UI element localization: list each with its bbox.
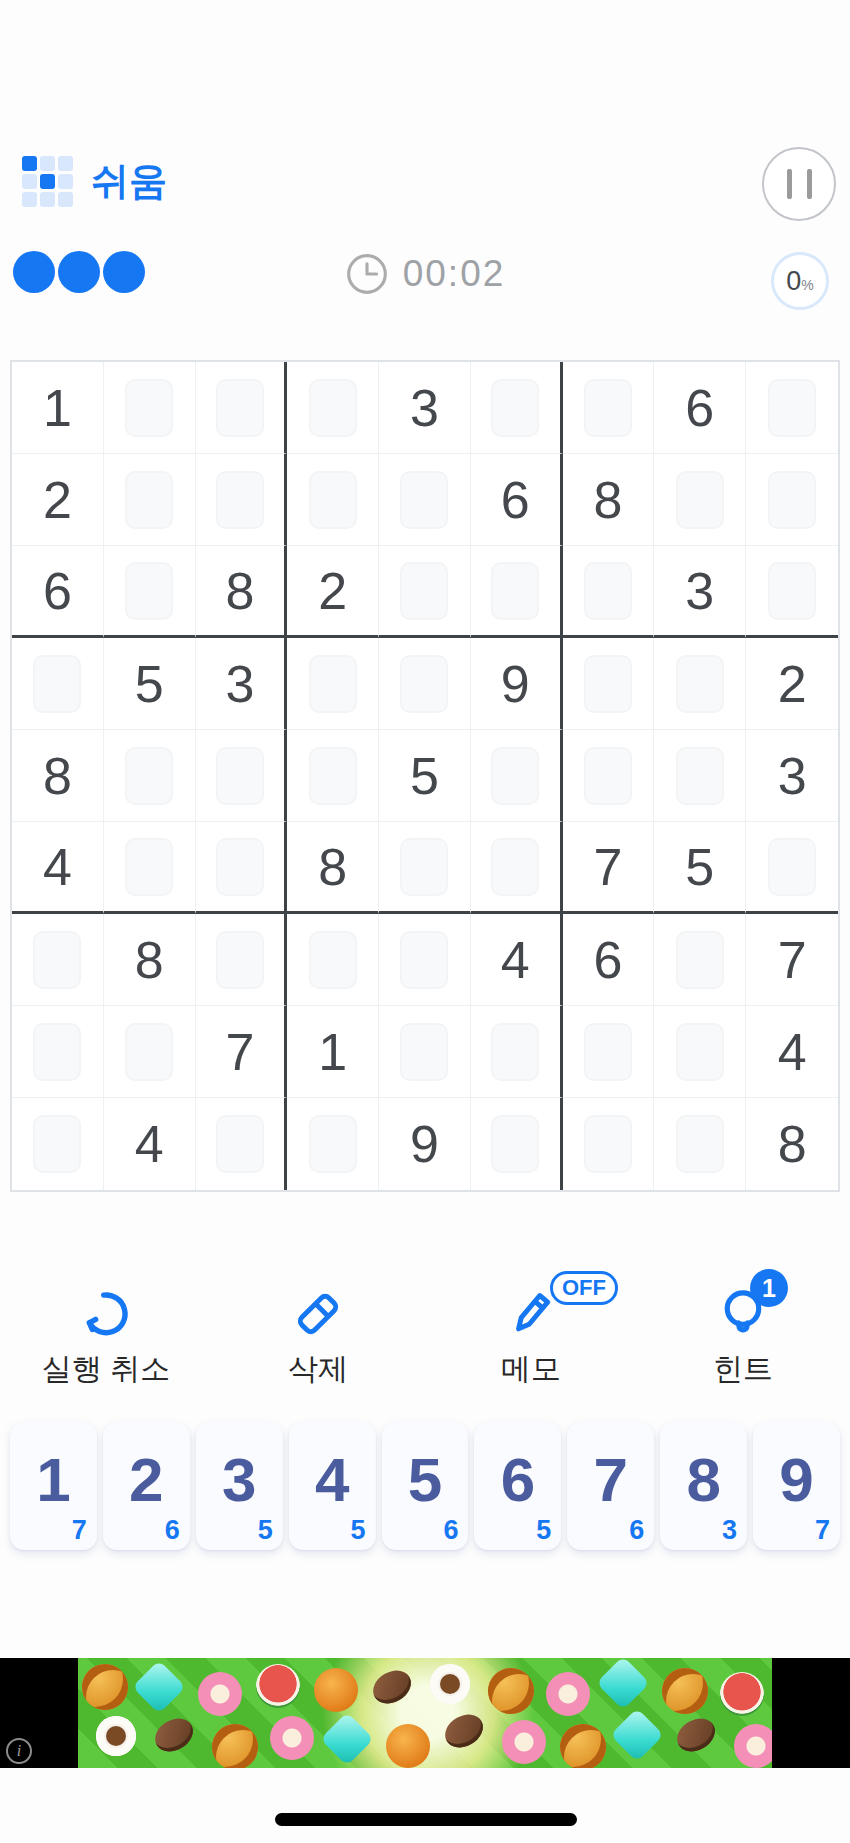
numpad-digit: 3 — [222, 1444, 256, 1515]
numpad-remaining-count: 5 — [536, 1515, 551, 1546]
cell-r3c5[interactable] — [379, 546, 471, 638]
given-digit: 5 — [135, 658, 164, 710]
given-digit: 2 — [318, 565, 347, 617]
progress-unit: % — [801, 277, 813, 293]
undo-label: 실행 취소 — [42, 1349, 170, 1390]
sudoku-board: 1362686823539285348758467714498 — [10, 360, 840, 1192]
empty-cell-ghost — [491, 1115, 539, 1173]
numpad-key-9[interactable]: 97 — [753, 1422, 840, 1550]
numpad-digit: 8 — [686, 1444, 720, 1515]
empty-cell-ghost — [584, 562, 632, 620]
cell-r9c3[interactable] — [196, 1098, 288, 1190]
numpad-digit: 1 — [36, 1444, 70, 1515]
numpad-remaining-count: 6 — [629, 1515, 644, 1546]
cell-r2c9[interactable] — [746, 454, 838, 546]
cell-r9c1[interactable] — [12, 1098, 104, 1190]
numpad-remaining-count: 7 — [815, 1515, 830, 1546]
cell-r7c4[interactable] — [287, 914, 379, 1006]
empty-cell-ghost — [584, 747, 632, 805]
cell-r6c7[interactable]: 7 — [563, 822, 655, 914]
empty-cell-ghost — [400, 471, 448, 529]
cell-r8c5[interactable] — [379, 1006, 471, 1098]
given-digit: 4 — [43, 841, 72, 893]
toolbar: 실행 취소 삭제 OFF — [0, 1283, 850, 1393]
given-digit: 3 — [225, 658, 254, 710]
empty-cell-ghost — [309, 931, 357, 989]
given-digit: 8 — [594, 474, 623, 526]
time-text: 00:02 — [403, 253, 506, 295]
memo-off-badge: OFF — [550, 1271, 618, 1305]
cell-r8c3[interactable]: 7 — [196, 1006, 288, 1098]
cell-r8c8[interactable] — [654, 1006, 746, 1098]
cell-r9c7[interactable] — [563, 1098, 655, 1190]
cell-r4c9[interactable]: 2 — [746, 638, 838, 730]
empty-cell-ghost — [125, 1023, 173, 1081]
clock-icon — [345, 252, 389, 296]
hint-label: 힌트 — [713, 1349, 773, 1390]
empty-cell-ghost — [125, 471, 173, 529]
cell-r4c2[interactable]: 5 — [104, 638, 196, 730]
cell-r6c6[interactable] — [471, 822, 563, 914]
empty-cell-ghost — [400, 931, 448, 989]
empty-cell-ghost — [768, 379, 816, 437]
given-digit: 9 — [501, 658, 530, 710]
empty-cell-ghost — [33, 655, 81, 713]
given-digit: 2 — [43, 474, 72, 526]
pause-button[interactable] — [762, 147, 836, 221]
empty-cell-ghost — [216, 1115, 264, 1173]
ad-item-cookie — [82, 1664, 128, 1710]
numpad-digit: 4 — [315, 1444, 349, 1515]
undo-button[interactable]: 실행 취소 — [0, 1283, 212, 1390]
cell-r1c7[interactable] — [563, 362, 655, 454]
memo-button[interactable]: OFF 메모 — [425, 1283, 637, 1390]
numpad-remaining-count: 6 — [443, 1515, 458, 1546]
cell-r1c1[interactable]: 1 — [12, 362, 104, 454]
ad-item-donut — [734, 1724, 772, 1768]
given-digit: 8 — [43, 750, 72, 802]
numpad-remaining-count: 3 — [722, 1515, 737, 1546]
pause-icon — [787, 169, 792, 199]
cell-r1c3[interactable] — [196, 362, 288, 454]
cell-r7c8[interactable] — [654, 914, 746, 1006]
empty-cell-ghost — [400, 655, 448, 713]
cell-r8c2[interactable] — [104, 1006, 196, 1098]
cell-r1c5[interactable]: 3 — [379, 362, 471, 454]
empty-cell-ghost — [125, 747, 173, 805]
cell-r4c7[interactable] — [563, 638, 655, 730]
given-digit: 8 — [135, 934, 164, 986]
given-digit: 4 — [135, 1118, 164, 1170]
cell-r1c8[interactable]: 6 — [654, 362, 746, 454]
given-digit: 8 — [778, 1118, 807, 1170]
cell-r5c3[interactable] — [196, 730, 288, 822]
cell-r7c7[interactable]: 6 — [563, 914, 655, 1006]
cell-r3c2[interactable] — [104, 546, 196, 638]
cell-r6c3[interactable] — [196, 822, 288, 914]
numpad-key-2[interactable]: 26 — [103, 1422, 190, 1550]
cell-r5c1[interactable]: 8 — [12, 730, 104, 822]
empty-cell-ghost — [584, 655, 632, 713]
ad-item-watermelon — [720, 1672, 764, 1716]
cell-r9c6[interactable] — [471, 1098, 563, 1190]
ad-item-donut — [502, 1720, 546, 1764]
cell-r3c4[interactable]: 2 — [287, 546, 379, 638]
cell-r8c4[interactable]: 1 — [287, 1006, 379, 1098]
empty-cell-ghost — [125, 379, 173, 437]
ad-item-gem — [132, 1660, 186, 1714]
cell-r7c6[interactable]: 4 — [471, 914, 563, 1006]
ad-item-bean — [671, 1712, 721, 1758]
ad-item-bean — [149, 1712, 199, 1758]
empty-cell-ghost — [400, 1023, 448, 1081]
empty-cell-ghost — [309, 1115, 357, 1173]
cell-r4c6[interactable]: 9 — [471, 638, 563, 730]
number-pad: 172635455665768397 — [10, 1422, 840, 1550]
given-digit: 6 — [594, 934, 623, 986]
empty-cell-ghost — [491, 562, 539, 620]
empty-cell-ghost — [676, 1115, 724, 1173]
cell-r2c7[interactable]: 8 — [563, 454, 655, 546]
cell-r3c7[interactable] — [563, 546, 655, 638]
undo-icon — [79, 1287, 133, 1341]
cell-r2c1[interactable]: 2 — [12, 454, 104, 546]
cell-r9c8[interactable] — [654, 1098, 746, 1190]
cell-r2c2[interactable] — [104, 454, 196, 546]
cell-r1c2[interactable] — [104, 362, 196, 454]
given-digit: 6 — [43, 565, 72, 617]
cell-r1c4[interactable] — [287, 362, 379, 454]
progress-value: 0 — [786, 266, 801, 297]
empty-cell-ghost — [676, 471, 724, 529]
empty-cell-ghost — [309, 747, 357, 805]
numpad-remaining-count: 5 — [351, 1515, 366, 1546]
numpad-digit: 9 — [779, 1444, 813, 1515]
cell-r8c1[interactable] — [12, 1006, 104, 1098]
cell-r7c5[interactable] — [379, 914, 471, 1006]
numpad-key-4[interactable]: 45 — [289, 1422, 376, 1550]
given-digit: 3 — [778, 750, 807, 802]
given-digit: 9 — [410, 1118, 439, 1170]
given-digit: 7 — [594, 841, 623, 893]
empty-cell-ghost — [768, 562, 816, 620]
ad-item-cookie — [488, 1668, 534, 1714]
empty-cell-ghost — [125, 838, 173, 896]
cell-r5c2[interactable] — [104, 730, 196, 822]
numpad-digit: 5 — [408, 1444, 442, 1515]
ad-strip — [0, 1658, 850, 1768]
empty-cell-ghost — [768, 471, 816, 529]
hint-button[interactable]: 1 힌트 — [637, 1283, 849, 1390]
cell-r4c8[interactable] — [654, 638, 746, 730]
ad-info-icon[interactable]: i — [6, 1738, 32, 1764]
cell-r5c8[interactable] — [654, 730, 746, 822]
empty-cell-ghost — [491, 379, 539, 437]
given-digit: 6 — [685, 382, 714, 434]
empty-cell-ghost — [216, 931, 264, 989]
grid-3x3-icon — [22, 156, 73, 207]
empty-cell-ghost — [400, 838, 448, 896]
difficulty-label: 쉬움 — [91, 156, 167, 207]
empty-cell-ghost — [491, 1023, 539, 1081]
eraser-icon — [291, 1287, 345, 1341]
numpad-key-8[interactable]: 83 — [660, 1422, 747, 1550]
numpad-digit: 6 — [501, 1444, 535, 1515]
ad-item-cup — [430, 1664, 470, 1704]
given-digit: 4 — [778, 1026, 807, 1078]
empty-cell-ghost — [584, 1023, 632, 1081]
numpad-key-6[interactable]: 65 — [474, 1422, 561, 1550]
empty-cell-ghost — [400, 562, 448, 620]
given-digit: 7 — [225, 1026, 254, 1078]
cell-r1c6[interactable] — [471, 362, 563, 454]
empty-cell-ghost — [216, 838, 264, 896]
ad-item-pumpkin — [314, 1668, 358, 1712]
cell-r6c1[interactable]: 4 — [12, 822, 104, 914]
cell-r5c9[interactable]: 3 — [746, 730, 838, 822]
given-digit: 5 — [410, 750, 439, 802]
given-digit: 5 — [685, 841, 714, 893]
cell-r5c6[interactable] — [471, 730, 563, 822]
ad-item-donut — [198, 1672, 242, 1716]
empty-cell-ghost — [33, 931, 81, 989]
pencil-icon — [504, 1287, 558, 1341]
numpad-key-5[interactable]: 56 — [382, 1422, 469, 1550]
cell-r6c9[interactable] — [746, 822, 838, 914]
given-digit: 1 — [318, 1026, 347, 1078]
cell-r9c4[interactable] — [287, 1098, 379, 1190]
empty-cell-ghost — [33, 1115, 81, 1173]
numpad-remaining-count: 7 — [72, 1515, 87, 1546]
cell-r3c3[interactable]: 8 — [196, 546, 288, 638]
cell-r3c9[interactable] — [746, 546, 838, 638]
difficulty-selector[interactable]: 쉬움 — [22, 156, 167, 207]
memo-label: 메모 — [501, 1349, 561, 1390]
erase-label: 삭제 — [288, 1349, 348, 1390]
ad-item-gem — [596, 1658, 650, 1710]
cell-r2c4[interactable] — [287, 454, 379, 546]
cell-r4c1[interactable] — [12, 638, 104, 730]
cell-r8c7[interactable] — [563, 1006, 655, 1098]
cell-r7c2[interactable]: 8 — [104, 914, 196, 1006]
empty-cell-ghost — [491, 747, 539, 805]
empty-cell-ghost — [491, 838, 539, 896]
cell-r4c3[interactable]: 3 — [196, 638, 288, 730]
ad-item-cup — [96, 1716, 136, 1756]
cell-r8c9[interactable]: 4 — [746, 1006, 838, 1098]
cell-r3c8[interactable]: 3 — [654, 546, 746, 638]
sudoku-app-screen: 쉬움 00:02 0 % 136268682353928534875846771… — [0, 0, 850, 1843]
empty-cell-ghost — [309, 379, 357, 437]
empty-cell-ghost — [768, 838, 816, 896]
erase-button[interactable]: 삭제 — [212, 1283, 424, 1390]
empty-cell-ghost — [676, 931, 724, 989]
cell-r4c4[interactable] — [287, 638, 379, 730]
ad-item-watermelon — [256, 1664, 300, 1708]
cell-r2c8[interactable] — [654, 454, 746, 546]
given-digit: 7 — [778, 934, 807, 986]
cell-r9c5[interactable]: 9 — [379, 1098, 471, 1190]
timer: 00:02 — [0, 252, 850, 296]
cell-r8c6[interactable] — [471, 1006, 563, 1098]
numpad-digit: 7 — [594, 1444, 628, 1515]
cell-r6c8[interactable]: 5 — [654, 822, 746, 914]
cell-r7c9[interactable]: 7 — [746, 914, 838, 1006]
empty-cell-ghost — [216, 471, 264, 529]
numpad-key-3[interactable]: 35 — [196, 1422, 283, 1550]
numpad-key-1[interactable]: 17 — [10, 1422, 97, 1550]
ad-item-donut — [546, 1672, 590, 1716]
given-digit: 1 — [43, 382, 72, 434]
cell-r3c6[interactable] — [471, 546, 563, 638]
cell-r9c9[interactable]: 8 — [746, 1098, 838, 1190]
hint-count-badge: 1 — [750, 1269, 788, 1307]
cell-r5c7[interactable] — [563, 730, 655, 822]
cell-r7c1[interactable] — [12, 914, 104, 1006]
numpad-remaining-count: 5 — [258, 1515, 273, 1546]
cell-r2c6[interactable]: 6 — [471, 454, 563, 546]
numpad-digit: 2 — [129, 1444, 163, 1515]
ad-item-pumpkin — [386, 1724, 430, 1768]
ad-item-cookie — [662, 1668, 708, 1714]
empty-cell-ghost — [676, 1023, 724, 1081]
empty-cell-ghost — [584, 1115, 632, 1173]
cell-r3c1[interactable]: 6 — [12, 546, 104, 638]
numpad-key-7[interactable]: 76 — [567, 1422, 654, 1550]
given-digit: 8 — [225, 565, 254, 617]
ad-item-gem — [610, 1708, 664, 1762]
given-digit: 3 — [685, 565, 714, 617]
cell-r1c9[interactable] — [746, 362, 838, 454]
ad-item-donut — [270, 1716, 314, 1760]
empty-cell-ghost — [676, 655, 724, 713]
given-digit: 8 — [318, 841, 347, 893]
empty-cell-ghost — [125, 562, 173, 620]
cell-r6c5[interactable] — [379, 822, 471, 914]
ad-item-cookie — [560, 1724, 606, 1768]
cell-r4c5[interactable] — [379, 638, 471, 730]
empty-cell-ghost — [216, 747, 264, 805]
ad-banner[interactable] — [78, 1658, 772, 1768]
empty-cell-ghost — [676, 747, 724, 805]
progress-circle: 0 % — [771, 252, 829, 310]
given-digit: 6 — [501, 474, 530, 526]
given-digit: 3 — [410, 382, 439, 434]
cell-r5c4[interactable] — [287, 730, 379, 822]
cell-r9c2[interactable]: 4 — [104, 1098, 196, 1190]
empty-cell-ghost — [309, 655, 357, 713]
cell-r5c5[interactable]: 5 — [379, 730, 471, 822]
cell-r2c3[interactable] — [196, 454, 288, 546]
given-digit: 2 — [778, 658, 807, 710]
cell-r7c3[interactable] — [196, 914, 288, 1006]
numpad-remaining-count: 6 — [165, 1515, 180, 1546]
cell-r6c2[interactable] — [104, 822, 196, 914]
empty-cell-ghost — [584, 379, 632, 437]
empty-cell-ghost — [216, 379, 264, 437]
home-indicator[interactable] — [275, 1813, 577, 1826]
empty-cell-ghost — [309, 471, 357, 529]
cell-r6c4[interactable]: 8 — [287, 822, 379, 914]
ad-item-cookie — [212, 1724, 258, 1768]
empty-cell-ghost — [33, 1023, 81, 1081]
cell-r2c5[interactable] — [379, 454, 471, 546]
given-digit: 4 — [501, 934, 530, 986]
